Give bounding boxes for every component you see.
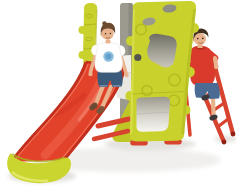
- product-photo: [0, 0, 236, 189]
- playset-scene: [0, 0, 236, 189]
